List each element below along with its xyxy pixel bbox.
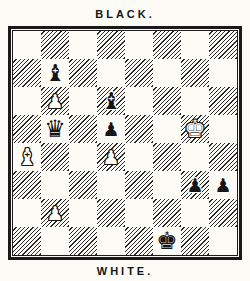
square-b5: ♛ xyxy=(41,115,69,143)
square-d7 xyxy=(97,59,125,87)
square-g1 xyxy=(181,227,209,255)
square-e2 xyxy=(125,199,153,227)
square-c6 xyxy=(69,87,97,115)
board-outer-frame: ♝♟♝♛♟♚♝♟♟♟♟♚ xyxy=(8,26,242,260)
square-h4 xyxy=(209,143,237,171)
square-d8 xyxy=(97,31,125,59)
square-g5: ♚ xyxy=(181,115,209,143)
square-g8 xyxy=(181,31,209,59)
piece-black-pawn: ♟ xyxy=(102,120,119,139)
piece-white-pawn: ♟ xyxy=(46,92,63,111)
square-c5 xyxy=(69,115,97,143)
white-side-label: WHITE. xyxy=(0,260,250,281)
square-b1 xyxy=(41,227,69,255)
square-h7 xyxy=(209,59,237,87)
square-f3 xyxy=(153,171,181,199)
square-b6: ♟ xyxy=(41,87,69,115)
square-d6: ♝ xyxy=(97,87,125,115)
square-h3: ♟ xyxy=(209,171,237,199)
square-b8 xyxy=(41,31,69,59)
square-b7: ♝ xyxy=(41,59,69,87)
black-side-label: BLACK. xyxy=(0,0,250,26)
piece-black-pawn: ♟ xyxy=(186,176,203,195)
square-g2 xyxy=(181,199,209,227)
square-a6 xyxy=(13,87,41,115)
piece-white-pawn: ♟ xyxy=(46,204,63,223)
square-g7 xyxy=(181,59,209,87)
square-e7 xyxy=(125,59,153,87)
piece-white-king: ♚ xyxy=(184,117,206,141)
square-f2 xyxy=(153,199,181,227)
square-a8 xyxy=(13,31,41,59)
square-b3 xyxy=(41,171,69,199)
square-a2 xyxy=(13,199,41,227)
square-c4 xyxy=(69,143,97,171)
square-e3 xyxy=(125,171,153,199)
square-b4 xyxy=(41,143,69,171)
square-h5 xyxy=(209,115,237,143)
square-a3 xyxy=(13,171,41,199)
piece-black-king: ♚ xyxy=(156,229,178,253)
square-g4 xyxy=(181,143,209,171)
square-g3: ♟ xyxy=(181,171,209,199)
board-inner-frame: ♝♟♝♛♟♚♝♟♟♟♟♚ xyxy=(12,30,238,256)
square-f7 xyxy=(153,59,181,87)
square-e4 xyxy=(125,143,153,171)
square-c8 xyxy=(69,31,97,59)
square-d1 xyxy=(97,227,125,255)
piece-black-pawn: ♟ xyxy=(214,176,231,195)
square-g6 xyxy=(181,87,209,115)
piece-white-bishop: ♝ xyxy=(17,146,38,169)
square-a4: ♝ xyxy=(13,143,41,171)
square-f1: ♚ xyxy=(153,227,181,255)
square-b2: ♟ xyxy=(41,199,69,227)
piece-black-bishop: ♝ xyxy=(101,90,122,113)
square-f4 xyxy=(153,143,181,171)
square-c2 xyxy=(69,199,97,227)
piece-black-queen: ♛ xyxy=(44,117,66,141)
board: ♝♟♝♛♟♚♝♟♟♟♟♚ xyxy=(13,31,237,255)
square-f8 xyxy=(153,31,181,59)
square-h2 xyxy=(209,199,237,227)
piece-black-bishop: ♝ xyxy=(45,62,66,85)
square-a7 xyxy=(13,59,41,87)
chess-diagram-page: BLACK. ♝♟♝♛♟♚♝♟♟♟♟♚ WHITE. xyxy=(0,0,250,281)
square-d2 xyxy=(97,199,125,227)
square-d4: ♟ xyxy=(97,143,125,171)
square-d5: ♟ xyxy=(97,115,125,143)
square-h8 xyxy=(209,31,237,59)
piece-white-pawn: ♟ xyxy=(102,148,119,167)
square-a1 xyxy=(13,227,41,255)
square-e6 xyxy=(125,87,153,115)
square-c7 xyxy=(69,59,97,87)
square-h6 xyxy=(209,87,237,115)
square-c1 xyxy=(69,227,97,255)
square-f5 xyxy=(153,115,181,143)
square-f6 xyxy=(153,87,181,115)
square-c3 xyxy=(69,171,97,199)
square-a5 xyxy=(13,115,41,143)
square-e1 xyxy=(125,227,153,255)
square-e5 xyxy=(125,115,153,143)
square-h1 xyxy=(209,227,237,255)
square-e8 xyxy=(125,31,153,59)
square-d3 xyxy=(97,171,125,199)
